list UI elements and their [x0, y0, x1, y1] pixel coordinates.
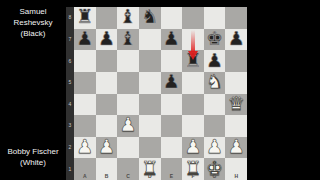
piece-white-pawn-h2[interactable]: ♟: [228, 137, 245, 156]
square-g4[interactable]: [204, 94, 226, 116]
piece-black-knight-d8[interactable]: ♞: [141, 7, 158, 26]
square-c3[interactable]: ♟: [117, 115, 139, 137]
square-b8[interactable]: [96, 7, 118, 29]
piece-white-knight-g5[interactable]: ♞: [206, 72, 223, 91]
rank-label-8: 8: [66, 7, 74, 29]
square-d1[interactable]: ♜: [139, 158, 161, 180]
square-h8[interactable]: [225, 7, 247, 29]
piece-white-rook-d1[interactable]: ♜: [141, 159, 158, 178]
square-a7[interactable]: ♟: [74, 29, 96, 51]
piece-black-rook-a8[interactable]: ♜: [76, 7, 93, 26]
piece-black-bishop-c7[interactable]: ♝: [120, 29, 137, 48]
square-g1[interactable]: ♚: [204, 158, 226, 180]
square-e1[interactable]: [161, 158, 183, 180]
square-a2[interactable]: ♟: [74, 137, 96, 159]
white-player-name: Bobby Fischer: [0, 146, 66, 157]
rank-label-1: 1: [66, 158, 74, 180]
square-e3[interactable]: [161, 115, 183, 137]
piece-black-king-g7[interactable]: ♚: [206, 29, 223, 48]
square-b1[interactable]: [96, 158, 118, 180]
square-f2[interactable]: ♟: [182, 137, 204, 159]
square-g7[interactable]: ♚: [204, 29, 226, 51]
rank-label-3: 3: [66, 115, 74, 137]
piece-white-pawn-c3[interactable]: ♟: [120, 115, 137, 134]
square-f4[interactable]: [182, 94, 204, 116]
square-d6[interactable]: [139, 50, 161, 72]
square-g5[interactable]: ♞: [204, 72, 226, 94]
square-e8[interactable]: [161, 7, 183, 29]
square-c4[interactable]: [117, 94, 139, 116]
square-c2[interactable]: [117, 137, 139, 159]
rank-coordinates: 87654321: [66, 7, 74, 180]
square-d5[interactable]: [139, 72, 161, 94]
square-c7[interactable]: ♝: [117, 29, 139, 51]
square-h7[interactable]: ♟: [225, 29, 247, 51]
square-h5[interactable]: [225, 72, 247, 94]
square-f1[interactable]: ♜: [182, 158, 204, 180]
piece-white-pawn-g2[interactable]: ♟: [206, 137, 223, 156]
black-player-label: Samuel Reshevsky (Black): [0, 6, 66, 39]
square-f6[interactable]: ♜: [182, 50, 204, 72]
piece-black-pawn-e7[interactable]: ♟: [163, 29, 180, 48]
square-g8[interactable]: [204, 7, 226, 29]
piece-black-pawn-e5[interactable]: ♟: [163, 72, 180, 91]
piece-black-pawn-g6[interactable]: ♟: [206, 51, 223, 70]
piece-white-rook-f1[interactable]: ♜: [184, 159, 201, 178]
square-g2[interactable]: ♟: [204, 137, 226, 159]
square-a6[interactable]: [74, 50, 96, 72]
square-f3[interactable]: [182, 115, 204, 137]
white-side-label: (White): [0, 157, 66, 168]
square-g6[interactable]: ♟: [204, 50, 226, 72]
square-b5[interactable]: [96, 72, 118, 94]
rank-label-7: 7: [66, 29, 74, 51]
square-d2[interactable]: [139, 137, 161, 159]
square-a3[interactable]: [74, 115, 96, 137]
white-player-label: Bobby Fischer (White): [0, 146, 66, 168]
square-a4[interactable]: [74, 94, 96, 116]
black-player-name: Samuel Reshevsky: [0, 6, 66, 28]
chess-diagram-screen: Samuel Reshevsky (Black) Bobby Fischer (…: [0, 0, 320, 180]
square-a1[interactable]: [74, 158, 96, 180]
rank-label-6: 6: [66, 50, 74, 72]
square-f5[interactable]: [182, 72, 204, 94]
square-h2[interactable]: ♟: [225, 137, 247, 159]
square-h4[interactable]: ♛: [225, 94, 247, 116]
square-h6[interactable]: [225, 50, 247, 72]
square-e4[interactable]: [161, 94, 183, 116]
square-a5[interactable]: [74, 72, 96, 94]
square-b2[interactable]: ♟: [96, 137, 118, 159]
piece-black-pawn-h7[interactable]: ♟: [228, 29, 245, 48]
chess-board[interactable]: ♜♝♞♟♟♝♟♚♟♜♟♟♞♛♟♟♟♟♟♟♜♜♚: [74, 7, 247, 180]
square-g3[interactable]: [204, 115, 226, 137]
square-e2[interactable]: [161, 137, 183, 159]
square-e7[interactable]: ♟: [161, 29, 183, 51]
square-h3[interactable]: [225, 115, 247, 137]
square-d3[interactable]: [139, 115, 161, 137]
square-b7[interactable]: ♟: [96, 29, 118, 51]
rank-label-4: 4: [66, 94, 74, 116]
square-b6[interactable]: [96, 50, 118, 72]
square-c6[interactable]: [117, 50, 139, 72]
square-e5[interactable]: ♟: [161, 72, 183, 94]
piece-white-pawn-b2[interactable]: ♟: [98, 137, 115, 156]
square-h1[interactable]: [225, 158, 247, 180]
black-side-label: (Black): [0, 28, 66, 39]
piece-black-pawn-a7[interactable]: ♟: [76, 29, 93, 48]
piece-black-bishop-c8[interactable]: ♝: [120, 7, 137, 26]
square-b3[interactable]: [96, 115, 118, 137]
square-e6[interactable]: [161, 50, 183, 72]
square-d8[interactable]: ♞: [139, 7, 161, 29]
piece-white-king-g1[interactable]: ♚: [206, 159, 223, 178]
square-c8[interactable]: ♝: [117, 7, 139, 29]
piece-white-pawn-f2[interactable]: ♟: [184, 137, 201, 156]
square-c1[interactable]: [117, 158, 139, 180]
square-d4[interactable]: [139, 94, 161, 116]
square-c5[interactable]: [117, 72, 139, 94]
piece-white-pawn-a2[interactable]: ♟: [76, 137, 93, 156]
rank-label-5: 5: [66, 72, 74, 94]
square-a8[interactable]: ♜: [74, 7, 96, 29]
square-b4[interactable]: [96, 94, 118, 116]
piece-black-pawn-b7[interactable]: ♟: [98, 29, 115, 48]
rank-label-2: 2: [66, 137, 74, 159]
square-d7[interactable]: [139, 29, 161, 51]
square-f7[interactable]: [182, 29, 204, 51]
square-f8[interactable]: [182, 7, 204, 29]
piece-black-rook-f6[interactable]: ♜: [184, 51, 201, 70]
piece-white-queen-h4[interactable]: ♛: [228, 94, 245, 113]
